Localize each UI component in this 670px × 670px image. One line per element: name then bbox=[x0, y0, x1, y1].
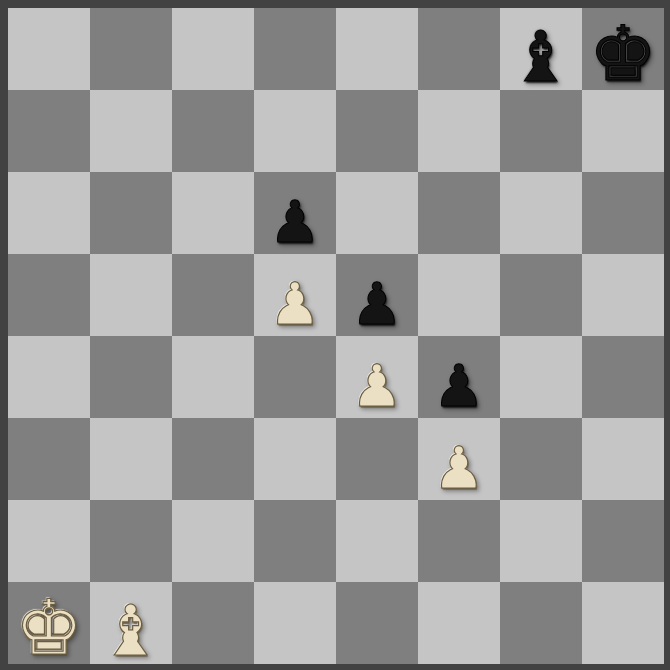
square-f7[interactable] bbox=[418, 90, 500, 172]
square-e4[interactable]: ♟ bbox=[336, 336, 418, 418]
square-d3[interactable] bbox=[254, 418, 336, 500]
square-b2[interactable] bbox=[90, 500, 172, 582]
square-a2[interactable] bbox=[8, 500, 90, 582]
square-d8[interactable] bbox=[254, 8, 336, 90]
square-e7[interactable] bbox=[336, 90, 418, 172]
square-b4[interactable] bbox=[90, 336, 172, 418]
square-d1[interactable] bbox=[254, 582, 336, 664]
square-c1[interactable] bbox=[172, 582, 254, 664]
black-pawn-d6[interactable]: ♟ bbox=[269, 193, 321, 256]
square-a3[interactable] bbox=[8, 418, 90, 500]
square-b8[interactable] bbox=[90, 8, 172, 90]
square-f3[interactable]: ♟ bbox=[418, 418, 500, 500]
black-pawn-f4[interactable]: ♟ bbox=[433, 357, 485, 420]
square-b7[interactable] bbox=[90, 90, 172, 172]
white-pawn-f3[interactable]: ♟ bbox=[433, 439, 485, 502]
square-g4[interactable] bbox=[500, 336, 582, 418]
square-h7[interactable] bbox=[582, 90, 664, 172]
square-h2[interactable] bbox=[582, 500, 664, 582]
square-h3[interactable] bbox=[582, 418, 664, 500]
square-f2[interactable] bbox=[418, 500, 500, 582]
square-c3[interactable] bbox=[172, 418, 254, 500]
square-c2[interactable] bbox=[172, 500, 254, 582]
square-h5[interactable] bbox=[582, 254, 664, 336]
white-pawn-d5[interactable]: ♟ bbox=[269, 275, 321, 338]
white-bishop-b1[interactable]: ♝ bbox=[100, 596, 163, 666]
square-f6[interactable] bbox=[418, 172, 500, 254]
square-d4[interactable] bbox=[254, 336, 336, 418]
square-a7[interactable] bbox=[8, 90, 90, 172]
square-h1[interactable] bbox=[582, 582, 664, 664]
square-d7[interactable] bbox=[254, 90, 336, 172]
square-g3[interactable] bbox=[500, 418, 582, 500]
square-f8[interactable] bbox=[418, 8, 500, 90]
white-pawn-e4[interactable]: ♟ bbox=[351, 357, 403, 420]
square-e8[interactable] bbox=[336, 8, 418, 90]
square-f4[interactable]: ♟ bbox=[418, 336, 500, 418]
black-pawn-e5[interactable]: ♟ bbox=[351, 275, 403, 338]
square-h6[interactable] bbox=[582, 172, 664, 254]
square-b3[interactable] bbox=[90, 418, 172, 500]
square-h8[interactable]: ♚ bbox=[582, 8, 664, 90]
square-f1[interactable] bbox=[418, 582, 500, 664]
square-d2[interactable] bbox=[254, 500, 336, 582]
square-c8[interactable] bbox=[172, 8, 254, 90]
chess-board: ♝♚♟♟♟♟♟♟♚♝ bbox=[8, 8, 664, 664]
square-g8[interactable]: ♝ bbox=[500, 8, 582, 90]
square-a5[interactable] bbox=[8, 254, 90, 336]
square-a4[interactable] bbox=[8, 336, 90, 418]
square-g5[interactable] bbox=[500, 254, 582, 336]
black-bishop-g8[interactable]: ♝ bbox=[510, 22, 573, 92]
square-c5[interactable] bbox=[172, 254, 254, 336]
square-d6[interactable]: ♟ bbox=[254, 172, 336, 254]
square-e5[interactable]: ♟ bbox=[336, 254, 418, 336]
square-e2[interactable] bbox=[336, 500, 418, 582]
square-h4[interactable] bbox=[582, 336, 664, 418]
square-c4[interactable] bbox=[172, 336, 254, 418]
square-e1[interactable] bbox=[336, 582, 418, 664]
black-king-h8[interactable]: ♚ bbox=[589, 16, 657, 92]
square-d5[interactable]: ♟ bbox=[254, 254, 336, 336]
square-b1[interactable]: ♝ bbox=[90, 582, 172, 664]
square-b5[interactable] bbox=[90, 254, 172, 336]
square-c7[interactable] bbox=[172, 90, 254, 172]
square-g6[interactable] bbox=[500, 172, 582, 254]
square-g1[interactable] bbox=[500, 582, 582, 664]
square-a8[interactable] bbox=[8, 8, 90, 90]
white-king-a1[interactable]: ♚ bbox=[15, 590, 83, 666]
square-e6[interactable] bbox=[336, 172, 418, 254]
board-frame: ♝♚♟♟♟♟♟♟♚♝ bbox=[0, 0, 670, 670]
square-a6[interactable] bbox=[8, 172, 90, 254]
square-c6[interactable] bbox=[172, 172, 254, 254]
square-g7[interactable] bbox=[500, 90, 582, 172]
square-a1[interactable]: ♚ bbox=[8, 582, 90, 664]
square-e3[interactable] bbox=[336, 418, 418, 500]
square-b6[interactable] bbox=[90, 172, 172, 254]
square-f5[interactable] bbox=[418, 254, 500, 336]
square-g2[interactable] bbox=[500, 500, 582, 582]
